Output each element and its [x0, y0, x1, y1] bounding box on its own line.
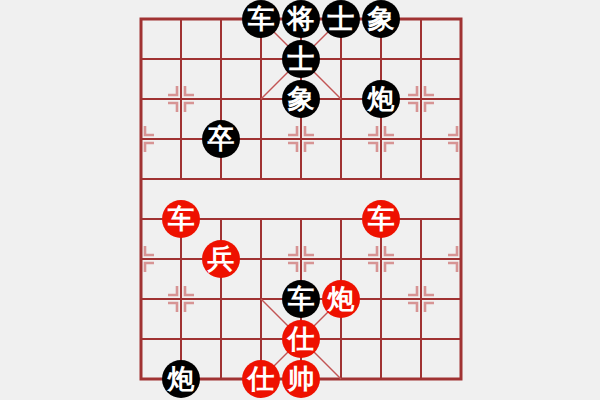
piece-black-cannon[interactable]: 炮 — [162, 360, 200, 398]
piece-black-elephant[interactable]: 象 — [282, 80, 320, 118]
piece-red-advisor[interactable]: 仕 — [242, 360, 280, 398]
piece-black-soldier[interactable]: 卒 — [202, 120, 240, 158]
xiangqi-board: 车将士象士象炮卒车车兵车炮仕炮仕帅 — [0, 0, 600, 400]
piece-black-advisor[interactable]: 士 — [282, 40, 320, 78]
piece-black-advisor[interactable]: 士 — [322, 0, 360, 38]
piece-red-chariot[interactable]: 车 — [362, 200, 400, 238]
piece-black-elephant[interactable]: 象 — [362, 0, 400, 38]
piece-red-chariot[interactable]: 车 — [162, 200, 200, 238]
piece-red-cannon[interactable]: 炮 — [322, 280, 360, 318]
piece-red-soldier[interactable]: 兵 — [202, 240, 240, 278]
pieces-layer: 车将士象士象炮卒车车兵车炮仕炮仕帅 — [121, 0, 481, 399]
piece-black-cannon[interactable]: 炮 — [362, 80, 400, 118]
piece-black-chariot[interactable]: 车 — [282, 280, 320, 318]
piece-black-chariot[interactable]: 车 — [242, 0, 280, 38]
piece-red-advisor[interactable]: 仕 — [282, 320, 320, 358]
piece-black-general[interactable]: 将 — [282, 0, 320, 38]
piece-red-general[interactable]: 帅 — [282, 360, 320, 398]
